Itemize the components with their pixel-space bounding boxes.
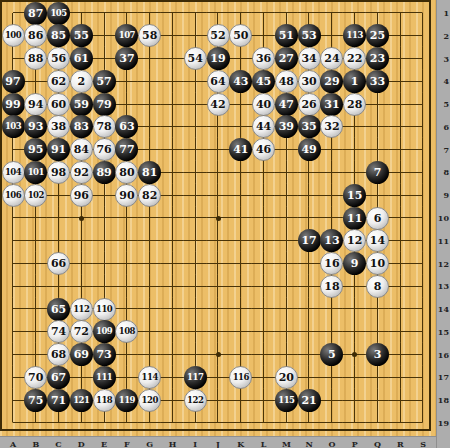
white-stone-98: 98	[47, 161, 70, 184]
intersection-H7[interactable]	[161, 138, 184, 161]
intersection-Q7[interactable]	[366, 138, 389, 161]
column-label-F: F	[124, 439, 130, 448]
intersection-L2[interactable]	[252, 24, 275, 47]
intersection-K11[interactable]	[229, 229, 252, 252]
intersection-I2[interactable]	[184, 24, 207, 47]
intersection-O14[interactable]	[320, 298, 343, 321]
intersection-A19[interactable]	[2, 411, 25, 434]
intersection-K9[interactable]	[229, 184, 252, 207]
intersection-I19[interactable]	[184, 411, 207, 434]
intersection-H15[interactable]	[161, 320, 184, 343]
intersection-M13[interactable]	[275, 275, 298, 298]
intersection-A11[interactable]	[2, 229, 25, 252]
intersection-P8[interactable]	[343, 161, 366, 184]
intersection-B16[interactable]	[24, 343, 47, 366]
intersection-P1[interactable]	[343, 2, 366, 25]
intersection-S9[interactable]	[411, 184, 434, 207]
white-stone-52: 52	[207, 24, 230, 47]
intersection-P13[interactable]	[343, 275, 366, 298]
intersection-R9[interactable]	[389, 184, 412, 207]
white-stone-94: 94	[24, 93, 47, 116]
intersection-N10[interactable]	[298, 207, 321, 230]
intersection-E3[interactable]	[93, 47, 116, 70]
intersection-S15[interactable]	[411, 320, 434, 343]
black-stone-65: 65	[47, 298, 70, 321]
intersection-F13[interactable]	[115, 275, 138, 298]
intersection-P14[interactable]	[343, 298, 366, 321]
intersection-H6[interactable]	[161, 115, 184, 138]
intersection-I1[interactable]	[184, 2, 207, 25]
intersection-K15[interactable]	[229, 320, 252, 343]
intersection-I9[interactable]	[184, 184, 207, 207]
intersection-J19[interactable]	[207, 411, 230, 434]
intersection-F4[interactable]	[115, 70, 138, 93]
white-stone-48: 48	[275, 70, 298, 93]
intersection-K3[interactable]	[229, 47, 252, 70]
intersection-B19[interactable]	[24, 411, 47, 434]
intersection-J15[interactable]	[207, 320, 230, 343]
intersection-K6[interactable]	[229, 115, 252, 138]
intersection-K8[interactable]	[229, 161, 252, 184]
intersection-I15[interactable]	[184, 320, 207, 343]
intersection-M7[interactable]	[275, 138, 298, 161]
intersection-F17[interactable]	[115, 366, 138, 389]
intersection-F5[interactable]	[115, 93, 138, 116]
intersection-G7[interactable]	[138, 138, 161, 161]
intersection-Q1[interactable]	[366, 2, 389, 25]
intersection-R18[interactable]	[389, 389, 412, 412]
intersection-R11[interactable]	[389, 229, 412, 252]
intersection-S11[interactable]	[411, 229, 434, 252]
black-stone-55: 55	[70, 24, 93, 47]
intersection-P6[interactable]	[343, 115, 366, 138]
intersection-R8[interactable]	[389, 161, 412, 184]
intersection-S14[interactable]	[411, 298, 434, 321]
intersection-B14[interactable]	[24, 298, 47, 321]
intersection-J7[interactable]	[207, 138, 230, 161]
intersection-S1[interactable]	[411, 2, 434, 25]
intersection-I4[interactable]	[184, 70, 207, 93]
intersection-M15[interactable]	[275, 320, 298, 343]
intersection-K1[interactable]	[229, 2, 252, 25]
intersection-L8[interactable]	[252, 161, 275, 184]
black-stone-1: 1	[343, 70, 366, 93]
intersection-D1[interactable]	[70, 2, 93, 25]
intersection-P15[interactable]	[343, 320, 366, 343]
intersection-J9[interactable]	[207, 184, 230, 207]
row-label-12: 12	[438, 259, 449, 269]
intersection-R6[interactable]	[389, 115, 412, 138]
intersection-S16[interactable]	[411, 343, 434, 366]
intersection-Q15[interactable]	[366, 320, 389, 343]
intersection-H17[interactable]	[161, 366, 184, 389]
intersection-A18[interactable]	[2, 389, 25, 412]
column-label-R: R	[397, 439, 404, 448]
intersection-N9[interactable]	[298, 184, 321, 207]
intersection-I5[interactable]	[184, 93, 207, 116]
intersection-G6[interactable]	[138, 115, 161, 138]
intersection-H9[interactable]	[161, 184, 184, 207]
intersection-N13[interactable]	[298, 275, 321, 298]
intersection-F1[interactable]	[115, 2, 138, 25]
intersection-S19[interactable]	[411, 411, 434, 434]
intersection-A17[interactable]	[2, 366, 25, 389]
intersection-L17[interactable]	[252, 366, 275, 389]
intersection-R7[interactable]	[389, 138, 412, 161]
intersection-S7[interactable]	[411, 138, 434, 161]
intersection-S4[interactable]	[411, 70, 434, 93]
intersection-L1[interactable]	[252, 2, 275, 25]
intersection-J17[interactable]	[207, 366, 230, 389]
intersection-H14[interactable]	[161, 298, 184, 321]
intersection-S5[interactable]	[411, 93, 434, 116]
intersection-C9[interactable]	[47, 184, 70, 207]
column-label-Q: Q	[374, 439, 381, 448]
intersection-Q14[interactable]	[366, 298, 389, 321]
intersection-H1[interactable]	[161, 2, 184, 25]
intersection-B11[interactable]	[24, 229, 47, 252]
intersection-I6[interactable]	[184, 115, 207, 138]
intersection-H4[interactable]	[161, 70, 184, 93]
intersection-F11[interactable]	[115, 229, 138, 252]
intersection-K5[interactable]	[229, 93, 252, 116]
intersection-J1[interactable]	[207, 2, 230, 25]
intersection-Q6[interactable]	[366, 115, 389, 138]
intersection-I10[interactable]	[184, 207, 207, 230]
row-label-9: 9	[443, 190, 449, 200]
black-stone-33: 33	[366, 70, 389, 93]
black-stone-7: 7	[366, 161, 389, 184]
intersection-N17[interactable]	[298, 366, 321, 389]
intersection-M19[interactable]	[275, 411, 298, 434]
intersection-O9[interactable]	[320, 184, 343, 207]
intersection-G11[interactable]	[138, 229, 161, 252]
intersection-A16[interactable]	[2, 343, 25, 366]
column-label-M: M	[282, 439, 291, 448]
intersection-N14[interactable]	[298, 298, 321, 321]
intersection-O15[interactable]	[320, 320, 343, 343]
column-label-L: L	[261, 439, 267, 448]
intersection-F16[interactable]	[115, 343, 138, 366]
intersection-S17[interactable]	[411, 366, 434, 389]
intersection-N15[interactable]	[298, 320, 321, 343]
intersection-M16[interactable]	[275, 343, 298, 366]
intersection-L12[interactable]	[252, 252, 275, 275]
white-stone-6: 6	[366, 207, 389, 230]
intersection-G1[interactable]	[138, 2, 161, 25]
intersection-J14[interactable]	[207, 298, 230, 321]
go-board[interactable]: 8710510086855510758525051531132588566137…	[0, 0, 436, 436]
intersection-E2[interactable]	[93, 24, 116, 47]
white-stone-26: 26	[298, 93, 321, 116]
intersection-S2[interactable]	[411, 24, 434, 47]
white-stone-82: 82	[138, 184, 161, 207]
intersection-G16[interactable]	[138, 343, 161, 366]
white-stone-66: 66	[47, 252, 70, 275]
intersection-L10[interactable]	[252, 207, 275, 230]
intersection-H8[interactable]	[161, 161, 184, 184]
black-stone-35: 35	[298, 115, 321, 138]
intersection-N16[interactable]	[298, 343, 321, 366]
intersection-B12[interactable]	[24, 252, 47, 275]
white-stone-106: 106	[2, 184, 25, 207]
intersection-J11[interactable]	[207, 229, 230, 252]
intersection-E13[interactable]	[93, 275, 116, 298]
intersection-K18[interactable]	[229, 389, 252, 412]
intersection-L14[interactable]	[252, 298, 275, 321]
intersection-N19[interactable]	[298, 411, 321, 434]
intersection-O1[interactable]	[320, 2, 343, 25]
intersection-I14[interactable]	[184, 298, 207, 321]
intersection-N12[interactable]	[298, 252, 321, 275]
intersection-A12[interactable]	[2, 252, 25, 275]
intersection-F10[interactable]	[115, 207, 138, 230]
intersection-O19[interactable]	[320, 411, 343, 434]
intersection-D19[interactable]	[70, 411, 93, 434]
intersection-H5[interactable]	[161, 93, 184, 116]
intersection-M1[interactable]	[275, 2, 298, 25]
intersection-G5[interactable]	[138, 93, 161, 116]
intersection-I11[interactable]	[184, 229, 207, 252]
white-stone-64: 64	[207, 70, 230, 93]
intersection-D13[interactable]	[70, 275, 93, 298]
column-labels-ruler: ABCDEFGHIJKLMNOPQRS	[0, 436, 436, 448]
white-stone-116: 116	[229, 366, 252, 389]
intersection-J18[interactable]	[207, 389, 230, 412]
intersection-A15[interactable]	[2, 320, 25, 343]
intersection-L16[interactable]	[252, 343, 275, 366]
row-label-14: 14	[438, 304, 449, 314]
intersection-S18[interactable]	[411, 389, 434, 412]
intersection-S10[interactable]	[411, 207, 434, 230]
intersection-K14[interactable]	[229, 298, 252, 321]
intersection-A10[interactable]	[2, 207, 25, 230]
intersection-P18[interactable]	[343, 389, 366, 412]
intersection-N1[interactable]	[298, 2, 321, 25]
intersection-A13[interactable]	[2, 275, 25, 298]
intersection-J12[interactable]	[207, 252, 230, 275]
intersection-G12[interactable]	[138, 252, 161, 275]
intersection-R14[interactable]	[389, 298, 412, 321]
intersection-A7[interactable]	[2, 138, 25, 161]
intersection-H10[interactable]	[161, 207, 184, 230]
intersection-G10[interactable]	[138, 207, 161, 230]
black-stone-17: 17	[298, 229, 321, 252]
intersection-K19[interactable]	[229, 411, 252, 434]
row-label-7: 7	[443, 145, 449, 155]
intersection-B10[interactable]	[24, 207, 47, 230]
row-label-15: 15	[438, 327, 449, 337]
intersection-R13[interactable]	[389, 275, 412, 298]
intersection-D11[interactable]	[70, 229, 93, 252]
intersection-I12[interactable]	[184, 252, 207, 275]
intersection-J6[interactable]	[207, 115, 230, 138]
black-stone-27: 27	[275, 47, 298, 70]
intersection-Q18[interactable]	[366, 389, 389, 412]
white-stone-96: 96	[70, 184, 93, 207]
intersection-C19[interactable]	[47, 411, 70, 434]
intersection-L11[interactable]	[252, 229, 275, 252]
intersection-L9[interactable]	[252, 184, 275, 207]
intersection-G19[interactable]	[138, 411, 161, 434]
intersection-H16[interactable]	[161, 343, 184, 366]
black-stone-101: 101	[24, 161, 47, 184]
intersection-J13[interactable]	[207, 275, 230, 298]
intersection-R15[interactable]	[389, 320, 412, 343]
intersection-E12[interactable]	[93, 252, 116, 275]
white-stone-118: 118	[93, 389, 116, 412]
intersection-L19[interactable]	[252, 411, 275, 434]
intersection-D12[interactable]	[70, 252, 93, 275]
intersection-Q5[interactable]	[366, 93, 389, 116]
intersection-B13[interactable]	[24, 275, 47, 298]
black-stone-49: 49	[298, 138, 321, 161]
intersection-H19[interactable]	[161, 411, 184, 434]
intersection-M9[interactable]	[275, 184, 298, 207]
star-point-J16	[216, 352, 221, 357]
white-stone-54: 54	[184, 47, 207, 70]
intersection-K10[interactable]	[229, 207, 252, 230]
intersection-E11[interactable]	[93, 229, 116, 252]
intersection-E10[interactable]	[93, 207, 116, 230]
intersection-G13[interactable]	[138, 275, 161, 298]
intersection-H2[interactable]	[161, 24, 184, 47]
intersection-S8[interactable]	[411, 161, 434, 184]
intersection-H18[interactable]	[161, 389, 184, 412]
intersection-E19[interactable]	[93, 411, 116, 434]
black-stone-117: 117	[184, 366, 207, 389]
intersection-M10[interactable]	[275, 207, 298, 230]
black-stone-61: 61	[70, 47, 93, 70]
intersection-F14[interactable]	[115, 298, 138, 321]
intersection-F12[interactable]	[115, 252, 138, 275]
intersection-C10[interactable]	[47, 207, 70, 230]
intersection-P7[interactable]	[343, 138, 366, 161]
intersection-B4[interactable]	[24, 70, 47, 93]
intersection-R12[interactable]	[389, 252, 412, 275]
intersection-B15[interactable]	[24, 320, 47, 343]
intersection-K13[interactable]	[229, 275, 252, 298]
intersection-O7[interactable]	[320, 138, 343, 161]
intersection-R17[interactable]	[389, 366, 412, 389]
row-label-6: 6	[443, 122, 449, 132]
white-stone-114: 114	[138, 366, 161, 389]
intersection-G4[interactable]	[138, 70, 161, 93]
black-stone-87: 87	[24, 2, 47, 25]
intersection-M11[interactable]	[275, 229, 298, 252]
intersection-P19[interactable]	[343, 411, 366, 434]
black-stone-109: 109	[93, 320, 116, 343]
black-stone-89: 89	[93, 161, 116, 184]
intersection-L18[interactable]	[252, 389, 275, 412]
row-labels-ruler: 12345678910111213141516171819	[436, 0, 450, 448]
intersection-O2[interactable]	[320, 24, 343, 47]
intersection-D17[interactable]	[70, 366, 93, 389]
star-point-D10	[79, 216, 84, 221]
intersection-E9[interactable]	[93, 184, 116, 207]
intersection-O18[interactable]	[320, 389, 343, 412]
intersection-M12[interactable]	[275, 252, 298, 275]
white-stone-122: 122	[184, 389, 207, 412]
intersection-J8[interactable]	[207, 161, 230, 184]
white-stone-78: 78	[93, 115, 116, 138]
black-stone-69: 69	[70, 343, 93, 366]
row-label-19: 19	[438, 418, 449, 428]
intersection-R1[interactable]	[389, 2, 412, 25]
intersection-Q9[interactable]	[366, 184, 389, 207]
white-stone-120: 120	[138, 389, 161, 412]
row-label-4: 4	[443, 76, 449, 86]
intersection-H12[interactable]	[161, 252, 184, 275]
column-label-S: S	[420, 439, 426, 448]
intersection-H11[interactable]	[161, 229, 184, 252]
intersection-G15[interactable]	[138, 320, 161, 343]
intersection-R10[interactable]	[389, 207, 412, 230]
intersection-K12[interactable]	[229, 252, 252, 275]
intersection-F19[interactable]	[115, 411, 138, 434]
intersection-S3[interactable]	[411, 47, 434, 70]
black-stone-3: 3	[366, 343, 389, 366]
intersection-M8[interactable]	[275, 161, 298, 184]
white-stone-42: 42	[207, 93, 230, 116]
intersection-S6[interactable]	[411, 115, 434, 138]
intersection-O17[interactable]	[320, 366, 343, 389]
intersection-H3[interactable]	[161, 47, 184, 70]
intersection-O8[interactable]	[320, 161, 343, 184]
column-label-N: N	[305, 439, 312, 448]
intersection-L15[interactable]	[252, 320, 275, 343]
black-stone-23: 23	[366, 47, 389, 70]
intersection-S12[interactable]	[411, 252, 434, 275]
intersection-R3[interactable]	[389, 47, 412, 70]
intersection-L13[interactable]	[252, 275, 275, 298]
intersection-A1[interactable]	[2, 2, 25, 25]
intersection-E1[interactable]	[93, 2, 116, 25]
row-label-3: 3	[443, 54, 449, 64]
intersection-S13[interactable]	[411, 275, 434, 298]
intersection-G14[interactable]	[138, 298, 161, 321]
intersection-Q17[interactable]	[366, 366, 389, 389]
white-stone-76: 76	[93, 138, 116, 161]
intersection-N8[interactable]	[298, 161, 321, 184]
column-label-A: A	[10, 439, 16, 448]
intersection-C13[interactable]	[47, 275, 70, 298]
black-stone-75: 75	[24, 389, 47, 412]
intersection-R19[interactable]	[389, 411, 412, 434]
intersection-A3[interactable]	[2, 47, 25, 70]
intersection-R16[interactable]	[389, 343, 412, 366]
intersection-M14[interactable]	[275, 298, 298, 321]
intersection-H13[interactable]	[161, 275, 184, 298]
intersection-A14[interactable]	[2, 298, 25, 321]
intersection-I8[interactable]	[184, 161, 207, 184]
intersection-P17[interactable]	[343, 366, 366, 389]
intersection-R4[interactable]	[389, 70, 412, 93]
intersection-I7[interactable]	[184, 138, 207, 161]
intersection-K16[interactable]	[229, 343, 252, 366]
intersection-G3[interactable]	[138, 47, 161, 70]
intersection-R2[interactable]	[389, 24, 412, 47]
white-stone-30: 30	[298, 70, 321, 93]
intersection-R5[interactable]	[389, 93, 412, 116]
column-label-H: H	[169, 439, 177, 448]
intersection-Q19[interactable]	[366, 411, 389, 434]
intersection-O10[interactable]	[320, 207, 343, 230]
intersection-I16[interactable]	[184, 343, 207, 366]
intersection-C11[interactable]	[47, 229, 70, 252]
intersection-I13[interactable]	[184, 275, 207, 298]
row-label-2: 2	[443, 31, 449, 41]
